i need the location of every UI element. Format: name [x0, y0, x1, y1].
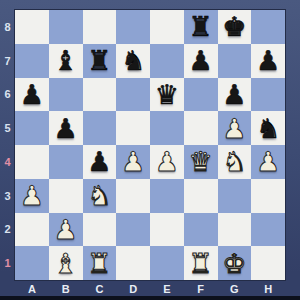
file-label-e: E [150, 281, 184, 296]
square-h6[interactable] [251, 78, 285, 112]
black-rook[interactable]: ♜ [87, 47, 111, 74]
square-e6[interactable]: ♛ [150, 78, 184, 112]
black-pawn[interactable]: ♟ [189, 47, 213, 74]
square-g3[interactable] [218, 179, 252, 213]
file-label-d: D [116, 281, 150, 296]
square-g7[interactable] [218, 44, 252, 78]
white-rook[interactable]: ♜ [189, 250, 213, 277]
rank-label-6: 6 [0, 78, 15, 112]
square-h8[interactable] [251, 10, 285, 44]
square-e2[interactable] [150, 213, 184, 247]
white-pawn[interactable]: ♟ [54, 216, 78, 243]
rank-labels: 87654321 [0, 10, 15, 280]
square-e8[interactable] [150, 10, 184, 44]
square-h2[interactable] [251, 213, 285, 247]
square-f8[interactable]: ♜ [184, 10, 218, 44]
black-pawn[interactable]: ♟ [256, 47, 280, 74]
chess-board-frame: 87654321 ♜♚♝♜♞♟♟♟♛♟♟♟♞♟♟♟♛♞♟♟♞♟♝♜♜♚ ABCD… [0, 0, 300, 300]
square-c1[interactable]: ♜ [83, 246, 117, 280]
file-label-g: G [218, 281, 252, 296]
black-pawn[interactable]: ♟ [20, 81, 44, 108]
square-h7[interactable]: ♟ [251, 44, 285, 78]
square-b8[interactable] [49, 10, 83, 44]
square-a3[interactable]: ♟ [15, 179, 49, 213]
rank-label-5: 5 [0, 111, 15, 145]
square-b5[interactable]: ♟ [49, 111, 83, 145]
black-pawn[interactable]: ♟ [54, 115, 78, 142]
square-d1[interactable] [116, 246, 150, 280]
white-bishop[interactable]: ♝ [54, 250, 78, 277]
square-g1[interactable]: ♚ [218, 246, 252, 280]
black-bishop[interactable]: ♝ [54, 47, 78, 74]
black-knight[interactable]: ♞ [256, 115, 280, 142]
square-f1[interactable]: ♜ [184, 246, 218, 280]
square-e7[interactable] [150, 44, 184, 78]
square-e1[interactable] [150, 246, 184, 280]
square-g6[interactable]: ♟ [218, 78, 252, 112]
white-pawn[interactable]: ♟ [121, 148, 145, 175]
white-pawn[interactable]: ♟ [256, 148, 280, 175]
black-knight[interactable]: ♞ [121, 47, 145, 74]
black-king[interactable]: ♚ [222, 13, 246, 40]
black-queen[interactable]: ♛ [155, 81, 179, 108]
rank-label-2: 2 [0, 213, 15, 247]
square-f6[interactable] [184, 78, 218, 112]
square-d2[interactable] [116, 213, 150, 247]
square-d4[interactable]: ♟ [116, 145, 150, 179]
square-b3[interactable] [49, 179, 83, 213]
square-a8[interactable] [15, 10, 49, 44]
square-c5[interactable] [83, 111, 117, 145]
rank-label-1: 1 [0, 246, 15, 280]
square-g8[interactable]: ♚ [218, 10, 252, 44]
square-e5[interactable] [150, 111, 184, 145]
file-label-c: C [83, 281, 117, 296]
white-pawn[interactable]: ♟ [155, 148, 179, 175]
white-pawn[interactable]: ♟ [222, 115, 246, 142]
square-a6[interactable]: ♟ [15, 78, 49, 112]
square-e3[interactable] [150, 179, 184, 213]
white-queen[interactable]: ♛ [189, 148, 213, 175]
square-d6[interactable] [116, 78, 150, 112]
square-f3[interactable] [184, 179, 218, 213]
rank-label-8: 8 [0, 10, 15, 44]
chess-board: ♜♚♝♜♞♟♟♟♛♟♟♟♞♟♟♟♛♞♟♟♞♟♝♜♜♚ [15, 10, 285, 280]
square-b1[interactable]: ♝ [49, 246, 83, 280]
square-f4[interactable]: ♛ [184, 145, 218, 179]
square-d5[interactable] [116, 111, 150, 145]
file-label-b: B [49, 281, 83, 296]
square-g5[interactable]: ♟ [218, 111, 252, 145]
square-c3[interactable]: ♞ [83, 179, 117, 213]
rank-label-4: 4 [0, 145, 15, 179]
file-label-f: F [184, 281, 218, 296]
black-pawn[interactable]: ♟ [222, 81, 246, 108]
square-c6[interactable] [83, 78, 117, 112]
square-h4[interactable]: ♟ [251, 145, 285, 179]
square-a7[interactable] [15, 44, 49, 78]
square-f7[interactable]: ♟ [184, 44, 218, 78]
square-d7[interactable]: ♞ [116, 44, 150, 78]
square-b2[interactable]: ♟ [49, 213, 83, 247]
square-b4[interactable] [49, 145, 83, 179]
square-h3[interactable] [251, 179, 285, 213]
white-pawn[interactable]: ♟ [20, 182, 44, 209]
square-g2[interactable] [218, 213, 252, 247]
square-a4[interactable] [15, 145, 49, 179]
square-g4[interactable]: ♞ [218, 145, 252, 179]
square-c2[interactable] [83, 213, 117, 247]
square-c4[interactable]: ♟ [83, 145, 117, 179]
square-f5[interactable] [184, 111, 218, 145]
square-a5[interactable] [15, 111, 49, 145]
white-king[interactable]: ♚ [222, 250, 246, 277]
rank-label-3: 3 [0, 179, 15, 213]
square-c8[interactable] [83, 10, 117, 44]
file-label-a: A [15, 281, 49, 296]
square-d3[interactable] [116, 179, 150, 213]
square-e4[interactable]: ♟ [150, 145, 184, 179]
square-h5[interactable]: ♞ [251, 111, 285, 145]
square-b6[interactable] [49, 78, 83, 112]
square-h1[interactable] [251, 246, 285, 280]
white-knight[interactable]: ♞ [222, 148, 246, 175]
square-a2[interactable] [15, 213, 49, 247]
rank-label-7: 7 [0, 44, 15, 78]
square-f2[interactable] [184, 213, 218, 247]
square-d8[interactable] [116, 10, 150, 44]
file-label-h: H [251, 281, 285, 296]
black-rook[interactable]: ♜ [189, 13, 213, 40]
white-knight[interactable]: ♞ [87, 182, 111, 209]
square-a1[interactable] [15, 246, 49, 280]
file-labels: ABCDEFGH [15, 281, 285, 296]
square-b7[interactable]: ♝ [49, 44, 83, 78]
white-rook[interactable]: ♜ [87, 250, 111, 277]
square-c7[interactable]: ♜ [83, 44, 117, 78]
black-pawn[interactable]: ♟ [87, 148, 111, 175]
